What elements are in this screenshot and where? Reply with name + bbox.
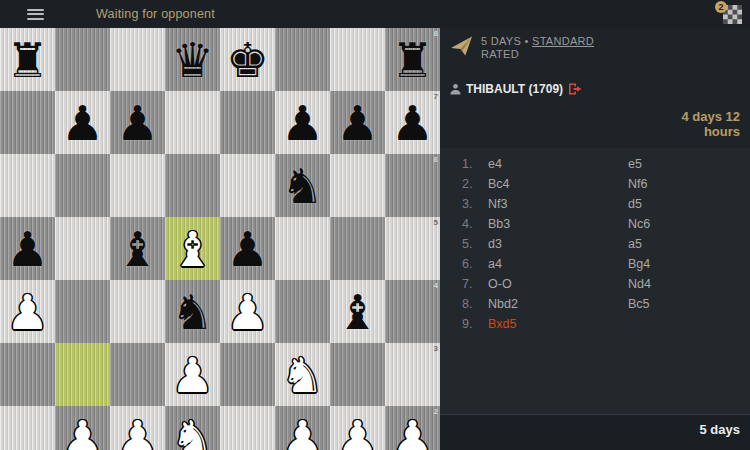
piece-white-pawn-f2[interactable]: ♟ [275, 406, 330, 450]
coord-rank-3: 3 [434, 344, 438, 353]
top-bar: Waiting for opponent 2 [0, 0, 750, 28]
piece-black-pawn-g7[interactable]: ♟ [330, 91, 385, 154]
square-a2[interactable] [0, 406, 55, 450]
move-row-7: 7.O-ONd4 [440, 274, 750, 294]
square-d4[interactable]: ♞ [165, 280, 220, 343]
move-row-2: 2.Bc4Nf6 [440, 174, 750, 194]
move-white-6[interactable]: a4 [488, 257, 628, 271]
square-c8[interactable] [110, 28, 165, 91]
piece-white-knight-d2[interactable]: ♞ [165, 406, 220, 450]
player-left-icon [568, 83, 582, 95]
square-d8[interactable]: ♛ [165, 28, 220, 91]
piece-white-pawn-h2[interactable]: ♟ [385, 406, 440, 450]
side-panel: 5 DAYS • STANDARD RATED THIBAULT (1709) … [440, 28, 750, 450]
piece-black-pawn-f7[interactable]: ♟ [275, 91, 330, 154]
move-black-2[interactable]: Nf6 [628, 177, 750, 191]
square-e2[interactable] [220, 406, 275, 450]
square-c2[interactable]: ♟ [110, 406, 165, 450]
move-number: 2. [462, 177, 488, 191]
coord-rank-5: 5 [434, 218, 438, 227]
chess-board: ♜♛♚8♜♟♟♟♟7♟♞6♟♝♝♟5♟♞♟♝4♟♞3♟♟♞♟♟2♟♜♝♛♜♚1 [0, 28, 440, 450]
square-d2[interactable]: ♞ [165, 406, 220, 450]
challenges-button[interactable]: 2 [718, 2, 742, 26]
square-g5[interactable] [330, 217, 385, 280]
move-number: 9. [462, 317, 488, 331]
move-black-7[interactable]: Nd4 [628, 277, 750, 291]
square-g4[interactable]: ♝ [330, 280, 385, 343]
square-e8[interactable]: ♚ [220, 28, 275, 91]
piece-white-pawn-b2[interactable]: ♟ [55, 406, 110, 450]
time-control-line: 5 DAYS • STANDARD [481, 35, 594, 48]
square-a5[interactable]: ♟ [0, 217, 55, 280]
user-icon [450, 83, 461, 95]
move-number: 3. [462, 197, 488, 211]
piece-white-pawn-g2[interactable]: ♟ [330, 406, 385, 450]
move-row-5: 5.d3a5 [440, 234, 750, 254]
coord-rank-4: 4 [434, 281, 438, 290]
move-black-3[interactable]: d5 [628, 197, 750, 211]
piece-black-rook-h8[interactable]: ♜ [385, 28, 440, 91]
move-row-3: 3.Nf3d5 [440, 194, 750, 214]
square-b6[interactable] [55, 154, 110, 217]
square-e6[interactable] [220, 154, 275, 217]
player-name: THIBAULT (1709) [466, 82, 563, 96]
square-g2[interactable]: ♟ [330, 406, 385, 450]
square-e7[interactable] [220, 91, 275, 154]
piece-black-bishop-c5[interactable]: ♝ [110, 217, 165, 280]
square-f6[interactable]: ♞ [275, 154, 330, 217]
move-row-1: 1.e4e5 [440, 154, 750, 174]
square-b7[interactable]: ♟ [55, 91, 110, 154]
move-number: 4. [462, 217, 488, 231]
opponent-clock: 4 days 12 hours [652, 109, 740, 139]
square-a3[interactable] [0, 343, 55, 406]
square-h7[interactable]: 7♟ [385, 91, 440, 154]
move-row-4: 4.Bb3Nc6 [440, 214, 750, 234]
app-root: Waiting for opponent 2 ♜♛♚8♜♟♟♟♟7♟♞6♟♝♝♟… [0, 0, 750, 450]
square-b8[interactable] [55, 28, 110, 91]
topbar-right: 2 [718, 2, 742, 26]
square-h5[interactable]: 5 [385, 217, 440, 280]
square-g8[interactable] [330, 28, 385, 91]
page-title: Waiting for opponent [96, 7, 215, 21]
square-g3[interactable] [330, 343, 385, 406]
square-a7[interactable] [0, 91, 55, 154]
square-h3[interactable]: 3 [385, 343, 440, 406]
piece-black-pawn-e5[interactable]: ♟ [220, 217, 275, 280]
square-a4[interactable]: ♟ [0, 280, 55, 343]
notification-badge: 2 [715, 1, 727, 13]
square-h6[interactable]: 6 [385, 154, 440, 217]
piece-black-knight-f6[interactable]: ♞ [275, 154, 330, 217]
square-f8[interactable] [275, 28, 330, 91]
piece-black-queen-d8[interactable]: ♛ [165, 28, 220, 91]
square-f7[interactable]: ♟ [275, 91, 330, 154]
square-h8[interactable]: 8♜ [385, 28, 440, 91]
piece-black-rook-a8[interactable]: ♜ [0, 28, 55, 91]
square-f2[interactable]: ♟ [275, 406, 330, 450]
move-black-1[interactable]: e5 [628, 157, 750, 171]
move-number: 7. [462, 277, 488, 291]
meta-separator: • [524, 35, 528, 47]
move-row-6: 6.a4Bg4 [440, 254, 750, 274]
move-black-5[interactable]: a5 [628, 237, 750, 251]
square-b3[interactable] [55, 343, 110, 406]
square-b5[interactable] [55, 217, 110, 280]
square-d3[interactable]: ♟ [165, 343, 220, 406]
square-d6[interactable] [165, 154, 220, 217]
square-c6[interactable] [110, 154, 165, 217]
piece-white-pawn-e4[interactable]: ♟ [220, 280, 275, 343]
piece-white-pawn-d3[interactable]: ♟ [165, 343, 220, 406]
time-control-label: 5 DAYS [481, 35, 521, 47]
square-c5[interactable]: ♝ [110, 217, 165, 280]
move-white-1[interactable]: e4 [488, 157, 628, 171]
move-list: 1.e4e52.Bc4Nf63.Nf3d54.Bb3Nc65.d3a56.a4B… [440, 148, 750, 415]
square-h4[interactable]: 4 [385, 280, 440, 343]
square-h2[interactable]: 2♟ [385, 406, 440, 450]
piece-black-king-e8[interactable]: ♚ [220, 28, 275, 91]
move-white-8[interactable]: Nbd2 [488, 297, 628, 311]
square-d7[interactable] [165, 91, 220, 154]
square-b4[interactable] [55, 280, 110, 343]
square-g6[interactable] [330, 154, 385, 217]
move-row-8: 8.Nbd2Bc5 [440, 294, 750, 314]
move-white-7[interactable]: O-O [488, 277, 628, 291]
game-meta: 5 DAYS • STANDARD RATED [440, 28, 750, 61]
rated-label: RATED [481, 48, 594, 61]
move-number: 1. [462, 157, 488, 171]
square-a6[interactable] [0, 154, 55, 217]
move-number: 8. [462, 297, 488, 311]
move-black-4[interactable]: Nc6 [628, 217, 750, 231]
square-f5[interactable] [275, 217, 330, 280]
player-row[interactable]: THIBAULT (1709) [450, 82, 740, 96]
coord-rank-6: 6 [434, 155, 438, 164]
piece-black-pawn-a5[interactable]: ♟ [0, 217, 55, 280]
piece-white-bishop-d5[interactable]: ♝ [165, 217, 220, 280]
move-white-5[interactable]: d3 [488, 237, 628, 251]
menu-icon[interactable] [27, 9, 44, 20]
move-white-3[interactable]: Nf3 [488, 197, 628, 211]
square-c4[interactable] [110, 280, 165, 343]
square-f4[interactable] [275, 280, 330, 343]
square-c3[interactable] [110, 343, 165, 406]
piece-white-knight-f3[interactable]: ♞ [275, 343, 330, 406]
player-clock: 5 days [440, 415, 750, 450]
correspondence-icon [450, 35, 473, 57]
square-d5[interactable]: ♝ [165, 217, 220, 280]
square-e3[interactable] [220, 343, 275, 406]
piece-black-pawn-b7[interactable]: ♟ [55, 91, 110, 154]
move-number: 6. [462, 257, 488, 271]
square-e5[interactable]: ♟ [220, 217, 275, 280]
piece-black-pawn-h7[interactable]: ♟ [385, 91, 440, 154]
square-f3[interactable]: ♞ [275, 343, 330, 406]
move-white-9[interactable]: Bxd5 [488, 317, 628, 331]
square-e4[interactable]: ♟ [220, 280, 275, 343]
square-c7[interactable]: ♟ [110, 91, 165, 154]
move-black-8[interactable]: Bc5 [628, 297, 750, 311]
piece-white-pawn-a4[interactable]: ♟ [0, 280, 55, 343]
variant-label[interactable]: STANDARD [532, 35, 594, 47]
square-g7[interactable]: ♟ [330, 91, 385, 154]
move-white-4[interactable]: Bb3 [488, 217, 628, 231]
piece-white-pawn-c2[interactable]: ♟ [110, 406, 165, 450]
move-black-6[interactable]: Bg4 [628, 257, 750, 271]
move-number: 5. [462, 237, 488, 251]
piece-black-knight-d4[interactable]: ♞ [165, 280, 220, 343]
piece-black-bishop-g4[interactable]: ♝ [330, 280, 385, 343]
square-a8[interactable]: ♜ [0, 28, 55, 91]
move-row-9: 9.Bxd5 [440, 314, 750, 334]
piece-black-pawn-c7[interactable]: ♟ [110, 91, 165, 154]
square-b2[interactable]: ♟ [55, 406, 110, 450]
move-white-2[interactable]: Bc4 [488, 177, 628, 191]
